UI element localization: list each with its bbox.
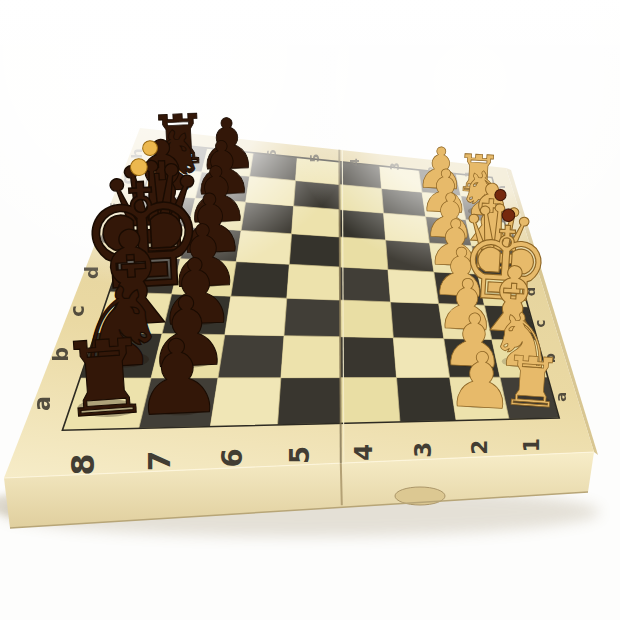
king-finial bbox=[130, 158, 148, 176]
overexposure-top bbox=[0, 0, 620, 95]
coord-rank-front-2: 2 bbox=[467, 440, 492, 455]
photo-scene: 8877665544332211aabbccddeeffgghh♜♟♟♜♞♟♟♞… bbox=[0, 0, 620, 620]
piece-dark-pawn-a7[interactable]: ♟ bbox=[129, 316, 226, 439]
coord-rank-front-1: 1 bbox=[520, 438, 544, 452]
square-a4[interactable] bbox=[340, 378, 400, 424]
king-finial bbox=[502, 209, 515, 222]
piece-light-rook-a1[interactable]: ♜ bbox=[499, 341, 565, 424]
piece-glyph: ♟ bbox=[129, 316, 226, 439]
coord-rank-front-4: 4 bbox=[349, 444, 378, 461]
square-b4[interactable] bbox=[340, 337, 396, 378]
coord-file-left-a: a bbox=[29, 396, 55, 411]
square-a5[interactable] bbox=[278, 378, 341, 425]
chess-board: 8877665544332211aabbccddeeffgghh♜♟♟♜♞♟♟♞… bbox=[0, 0, 620, 620]
square-d4[interactable] bbox=[340, 267, 391, 302]
square-b5[interactable] bbox=[281, 336, 340, 378]
queen-finial bbox=[495, 189, 507, 201]
coord-rank-front-5: 5 bbox=[285, 446, 315, 464]
square-d5[interactable] bbox=[287, 264, 340, 300]
square-e5[interactable] bbox=[289, 234, 340, 267]
coord-rank-front-7: 7 bbox=[144, 451, 178, 472]
coord-rank-front-3: 3 bbox=[410, 442, 436, 458]
coord-rank-front-6: 6 bbox=[216, 448, 249, 467]
square-c5[interactable] bbox=[284, 298, 340, 337]
coord-rank-front-8: 8 bbox=[65, 454, 101, 476]
piece-glyph: ♜ bbox=[499, 341, 565, 424]
square-c4[interactable] bbox=[340, 300, 393, 338]
fold-seam-face bbox=[341, 463, 342, 505]
